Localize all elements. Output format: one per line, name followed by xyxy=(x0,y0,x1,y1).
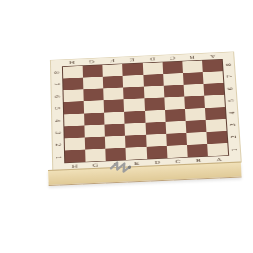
square-b8 xyxy=(182,61,203,74)
square-f6 xyxy=(103,88,123,101)
square-a3 xyxy=(206,119,227,132)
square-g2 xyxy=(85,136,106,149)
square-c2 xyxy=(166,133,187,146)
square-a1 xyxy=(207,143,228,156)
square-h4 xyxy=(64,113,84,126)
square-c5 xyxy=(164,97,185,110)
square-h6 xyxy=(64,89,84,102)
square-f7 xyxy=(103,76,123,89)
square-g7 xyxy=(83,77,103,90)
square-a8 xyxy=(202,60,223,73)
square-e6 xyxy=(123,87,144,100)
square-d2 xyxy=(146,134,167,147)
square-b1 xyxy=(187,144,208,157)
square-c6 xyxy=(163,85,184,98)
square-c8 xyxy=(162,61,183,74)
square-h7 xyxy=(63,78,83,91)
square-d1 xyxy=(146,146,167,159)
square-a7 xyxy=(203,71,224,84)
square-d3 xyxy=(145,122,166,135)
square-h2 xyxy=(65,137,86,150)
square-g3 xyxy=(85,124,106,137)
square-e7 xyxy=(123,75,143,88)
square-h8 xyxy=(63,66,83,79)
square-f3 xyxy=(105,123,126,136)
square-g5 xyxy=(84,100,104,113)
latch-icon xyxy=(107,156,136,179)
square-b2 xyxy=(186,132,207,145)
square-e3 xyxy=(125,122,146,135)
square-h1 xyxy=(65,149,86,162)
chessboard: HGFEDCBA HGFEDCBA 87654321 87654321 xyxy=(50,52,242,172)
square-g8 xyxy=(83,65,103,78)
square-c7 xyxy=(163,73,184,86)
square-e5 xyxy=(124,99,145,112)
square-f8 xyxy=(103,64,123,77)
square-b6 xyxy=(183,84,204,97)
square-b5 xyxy=(184,96,205,109)
square-g1 xyxy=(85,149,106,162)
square-b4 xyxy=(185,108,206,121)
square-a2 xyxy=(206,131,227,144)
square-h3 xyxy=(64,125,85,138)
square-h5 xyxy=(64,101,84,114)
square-b7 xyxy=(183,72,204,85)
square-d7 xyxy=(143,74,164,87)
square-c4 xyxy=(165,109,186,122)
square-d5 xyxy=(144,98,165,111)
square-c3 xyxy=(165,121,186,134)
product-photo: HGFEDCBA HGFEDCBA 87654321 87654321 xyxy=(0,0,253,253)
square-e8 xyxy=(122,63,142,76)
square-a4 xyxy=(205,107,226,120)
square-a6 xyxy=(203,83,224,96)
square-b3 xyxy=(185,120,206,133)
square-d4 xyxy=(145,110,166,123)
square-a5 xyxy=(204,95,225,108)
square-d6 xyxy=(143,86,164,99)
square-c1 xyxy=(166,145,187,158)
square-e4 xyxy=(124,111,145,124)
board-grid xyxy=(62,59,229,163)
square-g4 xyxy=(84,112,105,125)
square-f5 xyxy=(104,99,125,112)
square-g6 xyxy=(83,89,103,102)
square-d8 xyxy=(142,62,162,75)
square-e2 xyxy=(125,135,146,148)
square-f4 xyxy=(104,111,125,124)
square-f2 xyxy=(105,135,126,148)
